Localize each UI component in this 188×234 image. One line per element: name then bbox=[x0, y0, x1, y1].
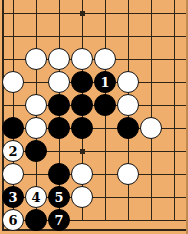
move-number-label: 1 bbox=[100, 76, 109, 89]
black-stone bbox=[48, 117, 70, 139]
grid-line-vertical bbox=[151, 0, 152, 221]
move-number-label: 2 bbox=[8, 145, 17, 158]
grid-line-horizontal bbox=[2, 36, 188, 37]
white-stone bbox=[71, 186, 93, 208]
hoshi-marker-icon bbox=[80, 149, 85, 154]
go-board-diagram: 1234567 bbox=[0, 0, 188, 234]
move-number-label: 3 bbox=[8, 191, 17, 204]
white-stone bbox=[2, 163, 24, 185]
white-stone bbox=[71, 163, 93, 185]
white-stone bbox=[48, 71, 70, 93]
black-stone bbox=[48, 94, 70, 116]
move-number-label: 7 bbox=[54, 214, 63, 227]
right-edge-shade bbox=[186, 0, 188, 234]
black-stone-move-7: 7 bbox=[48, 209, 70, 231]
black-stone-move-5: 5 bbox=[48, 186, 70, 208]
white-stone bbox=[94, 48, 116, 70]
black-stone bbox=[48, 163, 70, 185]
black-stone bbox=[94, 94, 116, 116]
white-stone bbox=[117, 163, 139, 185]
black-stone bbox=[25, 209, 47, 231]
hoshi-marker-icon bbox=[80, 11, 85, 16]
move-number-label: 5 bbox=[54, 191, 63, 204]
white-stone bbox=[25, 94, 47, 116]
white-stone bbox=[117, 94, 139, 116]
black-stone-move-3: 3 bbox=[2, 186, 24, 208]
white-stone-move-4: 4 bbox=[25, 186, 47, 208]
grid-line-vertical bbox=[174, 0, 175, 221]
white-stone bbox=[48, 48, 70, 70]
grid-line-horizontal bbox=[2, 13, 188, 14]
white-stone bbox=[71, 48, 93, 70]
black-stone bbox=[2, 117, 24, 139]
white-stone bbox=[140, 117, 162, 139]
white-stone-move-6: 6 bbox=[2, 209, 24, 231]
black-stone-move-1: 1 bbox=[94, 71, 116, 93]
white-stone bbox=[117, 71, 139, 93]
black-stone bbox=[117, 117, 139, 139]
white-stone bbox=[25, 48, 47, 70]
black-stone bbox=[25, 140, 47, 162]
black-stone bbox=[71, 71, 93, 93]
black-stone bbox=[71, 117, 93, 139]
move-number-label: 4 bbox=[31, 191, 40, 204]
white-stone-move-2: 2 bbox=[2, 140, 24, 162]
move-number-label: 6 bbox=[8, 214, 17, 227]
black-stone bbox=[71, 94, 93, 116]
white-stone bbox=[25, 117, 47, 139]
grid-line-horizontal bbox=[2, 174, 188, 175]
white-stone bbox=[2, 71, 24, 93]
